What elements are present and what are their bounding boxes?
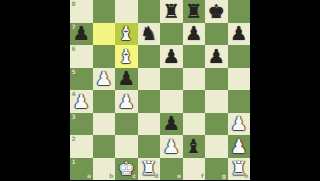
square-g3[interactable] bbox=[205, 113, 228, 136]
white-bishop[interactable]: ♝ bbox=[118, 22, 135, 45]
square-g5[interactable] bbox=[205, 68, 228, 91]
square-h7[interactable]: ♟ bbox=[228, 23, 251, 46]
file-label-a: a bbox=[87, 173, 91, 179]
square-c4[interactable]: ♟ bbox=[115, 90, 138, 113]
rank-label-1: 1 bbox=[72, 159, 76, 165]
black-bishop[interactable]: ♝ bbox=[185, 135, 202, 158]
white-pawn[interactable]: ♟ bbox=[95, 67, 112, 90]
black-pawn[interactable]: ♟ bbox=[163, 45, 180, 68]
rank-label-6: 6 bbox=[72, 46, 76, 52]
square-c5[interactable]: ♟ bbox=[115, 68, 138, 91]
rank-label-8: 8 bbox=[72, 1, 76, 7]
white-rook[interactable]: ♜ bbox=[230, 157, 247, 180]
square-f8[interactable]: ♜ bbox=[183, 0, 206, 23]
white-bishop[interactable]: ♝ bbox=[118, 45, 135, 68]
square-f5[interactable] bbox=[183, 68, 206, 91]
square-f3[interactable] bbox=[183, 113, 206, 136]
square-d5[interactable] bbox=[138, 68, 161, 91]
square-a6[interactable]: 6 bbox=[70, 45, 93, 68]
square-e4[interactable] bbox=[160, 90, 183, 113]
square-h4[interactable] bbox=[228, 90, 251, 113]
square-f1[interactable]: f bbox=[183, 158, 206, 181]
square-h5[interactable] bbox=[228, 68, 251, 91]
square-h6[interactable] bbox=[228, 45, 251, 68]
black-pawn[interactable]: ♟ bbox=[230, 22, 247, 45]
black-pawn[interactable]: ♟ bbox=[208, 45, 225, 68]
black-pawn[interactable]: ♟ bbox=[73, 22, 90, 45]
rank-label-3: 3 bbox=[72, 114, 76, 120]
rank-label-5: 5 bbox=[72, 69, 76, 75]
square-d1[interactable]: ♜d bbox=[138, 158, 161, 181]
square-b1[interactable]: b bbox=[93, 158, 116, 181]
letterbox-right bbox=[250, 0, 320, 180]
square-d7[interactable]: ♞ bbox=[138, 23, 161, 46]
black-rook[interactable]: ♜ bbox=[185, 0, 202, 22]
square-b4[interactable] bbox=[93, 90, 116, 113]
square-d8[interactable] bbox=[138, 0, 161, 23]
square-f2[interactable]: ♝ bbox=[183, 135, 206, 158]
black-king[interactable]: ♚ bbox=[208, 0, 225, 22]
square-g2[interactable] bbox=[205, 135, 228, 158]
white-pawn[interactable]: ♟ bbox=[73, 90, 90, 113]
black-pawn[interactable]: ♟ bbox=[118, 67, 135, 90]
square-b3[interactable] bbox=[93, 113, 116, 136]
square-a1[interactable]: 1a bbox=[70, 158, 93, 181]
square-c3[interactable] bbox=[115, 113, 138, 136]
square-d4[interactable] bbox=[138, 90, 161, 113]
square-g1[interactable]: g bbox=[205, 158, 228, 181]
square-h1[interactable]: ♜h bbox=[228, 158, 251, 181]
square-e5[interactable] bbox=[160, 68, 183, 91]
black-rook[interactable]: ♜ bbox=[163, 0, 180, 22]
file-label-g: g bbox=[222, 173, 226, 179]
square-f4[interactable] bbox=[183, 90, 206, 113]
square-d6[interactable] bbox=[138, 45, 161, 68]
square-g8[interactable]: ♚ bbox=[205, 0, 228, 23]
chess-board[interactable]: 8♜♜♚♟7♝♞♟♟6♝♟♟5♟♟♟4♟3♟♟2♟♝♟1ab♚c♜defg♜h bbox=[70, 0, 250, 180]
square-c6[interactable]: ♝ bbox=[115, 45, 138, 68]
square-a8[interactable]: 8 bbox=[70, 0, 93, 23]
white-pawn[interactable]: ♟ bbox=[230, 112, 247, 135]
square-b8[interactable] bbox=[93, 0, 116, 23]
square-f6[interactable] bbox=[183, 45, 206, 68]
file-label-b: b bbox=[109, 173, 113, 179]
square-e7[interactable] bbox=[160, 23, 183, 46]
white-rook[interactable]: ♜ bbox=[140, 157, 157, 180]
square-h3[interactable]: ♟ bbox=[228, 113, 251, 136]
square-e2[interactable]: ♟ bbox=[160, 135, 183, 158]
square-b6[interactable] bbox=[93, 45, 116, 68]
square-h8[interactable] bbox=[228, 0, 251, 23]
black-pawn[interactable]: ♟ bbox=[163, 112, 180, 135]
square-a2[interactable]: 2 bbox=[70, 135, 93, 158]
black-pawn[interactable]: ♟ bbox=[185, 22, 202, 45]
square-b2[interactable] bbox=[93, 135, 116, 158]
square-e3[interactable]: ♟ bbox=[160, 113, 183, 136]
square-a3[interactable]: 3 bbox=[70, 113, 93, 136]
square-e1[interactable]: e bbox=[160, 158, 183, 181]
white-pawn[interactable]: ♟ bbox=[118, 90, 135, 113]
white-pawn[interactable]: ♟ bbox=[230, 135, 247, 158]
square-a5[interactable]: 5 bbox=[70, 68, 93, 91]
square-a4[interactable]: ♟4 bbox=[70, 90, 93, 113]
white-king[interactable]: ♚ bbox=[118, 157, 135, 180]
square-c1[interactable]: ♚c bbox=[115, 158, 138, 181]
square-d3[interactable] bbox=[138, 113, 161, 136]
square-e6[interactable]: ♟ bbox=[160, 45, 183, 68]
square-b7[interactable] bbox=[93, 23, 116, 46]
file-label-e: e bbox=[177, 173, 181, 179]
square-d2[interactable] bbox=[138, 135, 161, 158]
square-g4[interactable] bbox=[205, 90, 228, 113]
square-a7[interactable]: ♟7 bbox=[70, 23, 93, 46]
square-g7[interactable] bbox=[205, 23, 228, 46]
square-c2[interactable] bbox=[115, 135, 138, 158]
letterbox-left bbox=[0, 0, 70, 180]
file-label-f: f bbox=[201, 173, 204, 179]
square-f7[interactable]: ♟ bbox=[183, 23, 206, 46]
black-knight[interactable]: ♞ bbox=[140, 22, 157, 45]
square-h2[interactable]: ♟ bbox=[228, 135, 251, 158]
square-c8[interactable] bbox=[115, 0, 138, 23]
square-g6[interactable]: ♟ bbox=[205, 45, 228, 68]
rank-label-2: 2 bbox=[72, 136, 76, 142]
square-e8[interactable]: ♜ bbox=[160, 0, 183, 23]
square-c7[interactable]: ♝ bbox=[115, 23, 138, 46]
square-b5[interactable]: ♟ bbox=[93, 68, 116, 91]
white-pawn[interactable]: ♟ bbox=[163, 135, 180, 158]
